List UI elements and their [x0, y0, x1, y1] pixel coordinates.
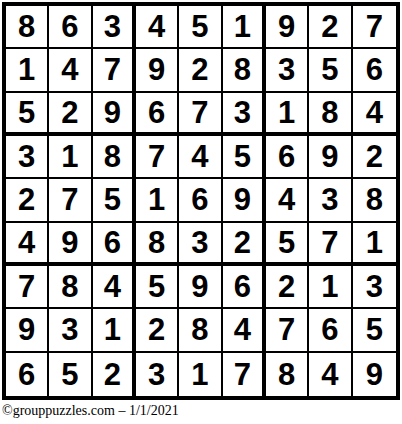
cell-r8c5[interactable]: 8	[179, 309, 222, 352]
cell-r5c3[interactable]: 5	[93, 179, 136, 222]
cell-r2c7[interactable]: 3	[266, 49, 309, 92]
cell-r7c8[interactable]: 1	[309, 266, 352, 309]
cell-r7c5[interactable]: 9	[179, 266, 222, 309]
cell-r8c4[interactable]: 2	[136, 309, 179, 352]
cell-r3c9[interactable]: 4	[353, 93, 396, 136]
cell-r7c4[interactable]: 5	[136, 266, 179, 309]
cell-r4c6[interactable]: 5	[223, 136, 266, 179]
cell-r5c8[interactable]: 3	[309, 179, 352, 222]
cell-r6c1[interactable]: 4	[6, 223, 49, 266]
cell-r3c5[interactable]: 7	[179, 93, 222, 136]
cell-r1c9[interactable]: 7	[353, 6, 396, 49]
cell-r2c1[interactable]: 1	[6, 49, 49, 92]
cell-r4c7[interactable]: 6	[266, 136, 309, 179]
cell-r2c5[interactable]: 2	[179, 49, 222, 92]
cell-r1c6[interactable]: 1	[223, 6, 266, 49]
cell-r9c3[interactable]: 2	[93, 353, 136, 396]
cell-r6c5[interactable]: 3	[179, 223, 222, 266]
cell-r3c1[interactable]: 5	[6, 93, 49, 136]
cell-r4c9[interactable]: 2	[353, 136, 396, 179]
cell-r1c2[interactable]: 6	[49, 6, 92, 49]
cell-r4c8[interactable]: 9	[309, 136, 352, 179]
cell-r7c2[interactable]: 8	[49, 266, 92, 309]
cell-r7c3[interactable]: 4	[93, 266, 136, 309]
cell-r1c3[interactable]: 3	[93, 6, 136, 49]
cell-r1c1[interactable]: 8	[6, 6, 49, 49]
cell-r2c8[interactable]: 5	[309, 49, 352, 92]
cell-r9c4[interactable]: 3	[136, 353, 179, 396]
cell-r4c2[interactable]: 1	[49, 136, 92, 179]
cell-r4c4[interactable]: 7	[136, 136, 179, 179]
cell-r9c2[interactable]: 5	[49, 353, 92, 396]
cell-r1c5[interactable]: 5	[179, 6, 222, 49]
cell-r7c1[interactable]: 7	[6, 266, 49, 309]
cell-r9c1[interactable]: 6	[6, 353, 49, 396]
cell-r5c1[interactable]: 2	[6, 179, 49, 222]
cell-r4c5[interactable]: 4	[179, 136, 222, 179]
cell-r4c3[interactable]: 8	[93, 136, 136, 179]
cell-r7c7[interactable]: 2	[266, 266, 309, 309]
cell-r6c9[interactable]: 1	[353, 223, 396, 266]
cell-r5c2[interactable]: 7	[49, 179, 92, 222]
cell-r9c7[interactable]: 8	[266, 353, 309, 396]
cell-r6c3[interactable]: 6	[93, 223, 136, 266]
cell-r9c9[interactable]: 9	[353, 353, 396, 396]
cell-r1c4[interactable]: 4	[136, 6, 179, 49]
cell-r5c6[interactable]: 9	[223, 179, 266, 222]
cell-r5c4[interactable]: 1	[136, 179, 179, 222]
cell-r5c5[interactable]: 6	[179, 179, 222, 222]
cell-r8c1[interactable]: 9	[6, 309, 49, 352]
cell-r2c2[interactable]: 4	[49, 49, 92, 92]
cell-r3c8[interactable]: 8	[309, 93, 352, 136]
cell-r3c6[interactable]: 3	[223, 93, 266, 136]
cell-r2c6[interactable]: 8	[223, 49, 266, 92]
cell-r4c1[interactable]: 3	[6, 136, 49, 179]
cell-r6c6[interactable]: 2	[223, 223, 266, 266]
cell-r8c7[interactable]: 7	[266, 309, 309, 352]
cell-r8c3[interactable]: 1	[93, 309, 136, 352]
cell-r8c9[interactable]: 5	[353, 309, 396, 352]
cell-r3c4[interactable]: 6	[136, 93, 179, 136]
cell-r7c9[interactable]: 3	[353, 266, 396, 309]
cell-r1c8[interactable]: 2	[309, 6, 352, 49]
cell-r2c4[interactable]: 9	[136, 49, 179, 92]
cell-r8c8[interactable]: 6	[309, 309, 352, 352]
cell-r8c2[interactable]: 3	[49, 309, 92, 352]
cell-r3c3[interactable]: 9	[93, 93, 136, 136]
cell-r1c7[interactable]: 9	[266, 6, 309, 49]
cell-r3c2[interactable]: 2	[49, 93, 92, 136]
cell-r6c4[interactable]: 8	[136, 223, 179, 266]
copyright-text: ©grouppuzzles.com – 1/1/2021	[2, 403, 179, 419]
cell-r6c7[interactable]: 5	[266, 223, 309, 266]
sudoku-page: 8634519271479283565296731843187456922751…	[0, 0, 402, 424]
sudoku-board: 8634519271479283565296731843187456922751…	[2, 2, 400, 400]
cell-r3c7[interactable]: 1	[266, 93, 309, 136]
cell-r2c9[interactable]: 6	[353, 49, 396, 92]
cell-r5c9[interactable]: 8	[353, 179, 396, 222]
cell-r7c6[interactable]: 6	[223, 266, 266, 309]
cell-r2c3[interactable]: 7	[93, 49, 136, 92]
cell-r8c6[interactable]: 4	[223, 309, 266, 352]
cell-r6c2[interactable]: 9	[49, 223, 92, 266]
cell-r9c8[interactable]: 4	[309, 353, 352, 396]
cell-r6c8[interactable]: 7	[309, 223, 352, 266]
cell-r5c7[interactable]: 4	[266, 179, 309, 222]
cell-r9c5[interactable]: 1	[179, 353, 222, 396]
cell-r9c6[interactable]: 7	[223, 353, 266, 396]
